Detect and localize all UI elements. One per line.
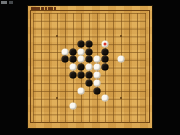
stone-white xyxy=(70,103,77,110)
stone-black xyxy=(102,56,109,63)
stone-white xyxy=(62,48,69,55)
stone-black xyxy=(86,71,93,78)
stone-black xyxy=(78,71,85,78)
stone-black xyxy=(86,79,93,86)
board-grid[interactable] xyxy=(33,13,146,123)
stone-black xyxy=(70,56,77,63)
star-point xyxy=(56,97,58,99)
stone-white xyxy=(102,40,109,47)
stone-white xyxy=(94,56,101,63)
last-move-marker xyxy=(104,42,107,45)
stone-black xyxy=(94,87,101,94)
stone-black xyxy=(78,64,85,71)
stone-white xyxy=(78,87,85,94)
title-token xyxy=(1,1,7,4)
stone-white xyxy=(70,64,77,71)
stone-black xyxy=(102,64,109,71)
stone-white xyxy=(94,64,101,71)
stone-black xyxy=(102,48,109,55)
stone-white xyxy=(94,71,101,78)
stone-white xyxy=(118,56,125,63)
stone-white xyxy=(78,56,85,63)
title-token xyxy=(9,1,13,4)
window-title-text xyxy=(1,1,13,5)
stone-white xyxy=(86,64,93,71)
stone-white xyxy=(78,48,85,55)
stone-black xyxy=(78,40,85,47)
stone-white xyxy=(94,79,101,86)
stone-white xyxy=(102,95,109,102)
stone-black xyxy=(62,56,69,63)
star-point xyxy=(56,35,58,37)
game-board[interactable] xyxy=(28,6,152,128)
app-screen xyxy=(0,0,180,135)
stone-black xyxy=(86,56,93,63)
stone-black xyxy=(86,40,93,47)
star-point xyxy=(120,97,122,99)
stone-black xyxy=(70,48,77,55)
stone-black xyxy=(70,71,77,78)
stone-black xyxy=(86,48,93,55)
star-point xyxy=(120,35,122,37)
